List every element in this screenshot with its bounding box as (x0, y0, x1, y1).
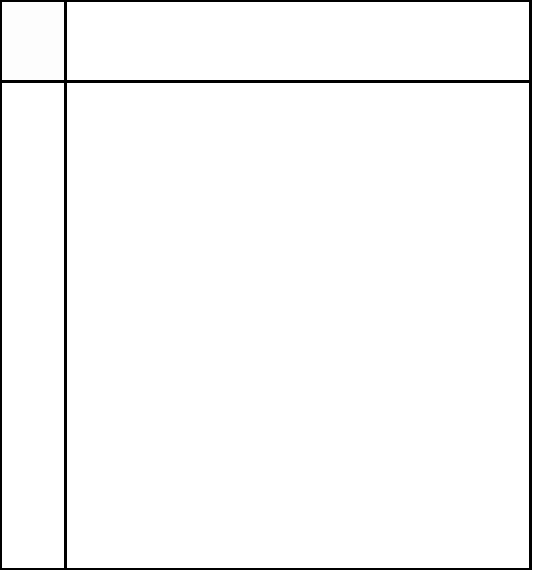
row-clues-area (0, 82, 66, 570)
nonogram-puzzle-page (0, 0, 549, 570)
column-clues-area (66, 0, 530, 82)
corner-watermark (0, 0, 66, 82)
puzzle-grid (66, 82, 530, 570)
